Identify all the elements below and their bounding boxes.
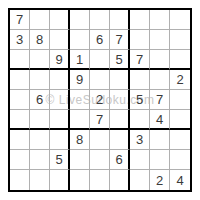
sudoku-cell-r6c7[interactable] (130, 110, 150, 130)
sudoku-cell-r1c9[interactable] (170, 10, 190, 30)
sudoku-cell-r2c6: 7 (110, 30, 130, 50)
sudoku-page: © LiveSudoku.com 73867915792625774835624 (0, 0, 200, 200)
sudoku-cell-r7c5[interactable] (90, 130, 110, 150)
sudoku-cell-r9c4[interactable] (70, 170, 90, 190)
sudoku-cell-r3c8[interactable] (150, 50, 170, 70)
sudoku-cell-r8c2[interactable] (30, 150, 50, 170)
sudoku-cell-r9c2[interactable] (30, 170, 50, 190)
sudoku-cell-r2c8[interactable] (150, 30, 170, 50)
sudoku-cell-r1c8[interactable] (150, 10, 170, 30)
sudoku-cell-r1c3[interactable] (50, 10, 70, 30)
sudoku-cell-r2c9[interactable] (170, 30, 190, 50)
sudoku-cell-r6c5: 7 (90, 110, 110, 130)
sudoku-cell-r4c3[interactable] (50, 70, 70, 90)
sudoku-cell-r5c8: 7 (150, 90, 170, 110)
sudoku-cell-r3c7: 7 (130, 50, 150, 70)
sudoku-cell-r1c2[interactable] (30, 10, 50, 30)
sudoku-cell-r7c2[interactable] (30, 130, 50, 150)
sudoku-cell-r6c6[interactable] (110, 110, 130, 130)
sudoku-cell-r6c8: 4 (150, 110, 170, 130)
sudoku-cell-r9c7[interactable] (130, 170, 150, 190)
sudoku-cell-r2c2: 8 (30, 30, 50, 50)
sudoku-cell-r2c5: 6 (90, 30, 110, 50)
sudoku-board: © LiveSudoku.com 73867915792625774835624 (8, 8, 192, 192)
sudoku-cell-r1c7[interactable] (130, 10, 150, 30)
sudoku-cell-r3c2[interactable] (30, 50, 50, 70)
sudoku-cell-r6c4[interactable] (70, 110, 90, 130)
sudoku-cell-r6c9[interactable] (170, 110, 190, 130)
sudoku-cell-r7c1[interactable] (10, 130, 30, 150)
sudoku-cell-r2c1: 3 (10, 30, 30, 50)
sudoku-cell-r3c5[interactable] (90, 50, 110, 70)
sudoku-cell-r5c7: 5 (130, 90, 150, 110)
sudoku-cell-r5c5: 2 (90, 90, 110, 110)
sudoku-cell-r8c1[interactable] (10, 150, 30, 170)
sudoku-cell-r6c1[interactable] (10, 110, 30, 130)
sudoku-cell-r1c1: 7 (10, 10, 30, 30)
sudoku-cell-r7c9[interactable] (170, 130, 190, 150)
sudoku-cell-r8c9[interactable] (170, 150, 190, 170)
sudoku-cell-r1c5[interactable] (90, 10, 110, 30)
sudoku-cell-r1c6[interactable] (110, 10, 130, 30)
sudoku-grid: 73867915792625774835624 (10, 10, 190, 190)
sudoku-cell-r4c2[interactable] (30, 70, 50, 90)
sudoku-cell-r8c8[interactable] (150, 150, 170, 170)
sudoku-cell-r8c4[interactable] (70, 150, 90, 170)
sudoku-cell-r7c6[interactable] (110, 130, 130, 150)
sudoku-cell-r4c4: 9 (70, 70, 90, 90)
sudoku-cell-r5c1[interactable] (10, 90, 30, 110)
sudoku-cell-r2c4[interactable] (70, 30, 90, 50)
sudoku-cell-r4c9: 2 (170, 70, 190, 90)
sudoku-cell-r2c3[interactable] (50, 30, 70, 50)
sudoku-cell-r7c4: 8 (70, 130, 90, 150)
sudoku-cell-r2c7[interactable] (130, 30, 150, 50)
sudoku-cell-r9c1[interactable] (10, 170, 30, 190)
sudoku-cell-r4c6[interactable] (110, 70, 130, 90)
sudoku-cell-r4c8[interactable] (150, 70, 170, 90)
sudoku-cell-r5c9[interactable] (170, 90, 190, 110)
sudoku-cell-r9c5[interactable] (90, 170, 110, 190)
sudoku-cell-r7c8[interactable] (150, 130, 170, 150)
sudoku-cell-r3c9[interactable] (170, 50, 190, 70)
sudoku-cell-r9c9: 4 (170, 170, 190, 190)
sudoku-cell-r8c3: 5 (50, 150, 70, 170)
sudoku-cell-r1c4[interactable] (70, 10, 90, 30)
sudoku-cell-r9c6[interactable] (110, 170, 130, 190)
sudoku-cell-r7c7: 3 (130, 130, 150, 150)
sudoku-cell-r3c6: 5 (110, 50, 130, 70)
sudoku-cell-r5c3[interactable] (50, 90, 70, 110)
sudoku-cell-r8c6: 6 (110, 150, 130, 170)
sudoku-cell-r9c3[interactable] (50, 170, 70, 190)
sudoku-cell-r7c3[interactable] (50, 130, 70, 150)
sudoku-cell-r4c1[interactable] (10, 70, 30, 90)
sudoku-cell-r6c2[interactable] (30, 110, 50, 130)
sudoku-cell-r8c5[interactable] (90, 150, 110, 170)
sudoku-cell-r4c5[interactable] (90, 70, 110, 90)
sudoku-cell-r3c3: 9 (50, 50, 70, 70)
sudoku-cell-r3c1[interactable] (10, 50, 30, 70)
sudoku-cell-r5c6[interactable] (110, 90, 130, 110)
sudoku-cell-r5c2: 6 (30, 90, 50, 110)
sudoku-cell-r6c3[interactable] (50, 110, 70, 130)
sudoku-cell-r3c4: 1 (70, 50, 90, 70)
sudoku-cell-r5c4[interactable] (70, 90, 90, 110)
sudoku-cell-r8c7[interactable] (130, 150, 150, 170)
sudoku-cell-r9c8: 2 (150, 170, 170, 190)
sudoku-cell-r4c7[interactable] (130, 70, 150, 90)
